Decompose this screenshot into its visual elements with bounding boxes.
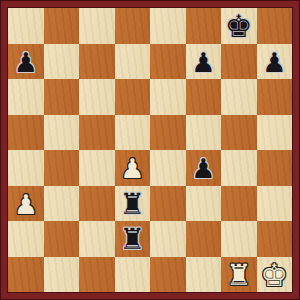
square-h5[interactable] [257, 115, 293, 151]
square-f2[interactable] [186, 221, 222, 257]
square-c7[interactable] [79, 44, 115, 80]
square-b8[interactable] [44, 8, 80, 44]
square-h3[interactable] [257, 186, 293, 222]
square-e5[interactable] [150, 115, 186, 151]
white-pawn: ♟ [120, 155, 144, 182]
square-g6[interactable] [221, 79, 257, 115]
square-c1[interactable] [79, 257, 115, 293]
black-pawn: ♟ [262, 49, 286, 76]
square-d2[interactable]: ♜ [115, 221, 151, 257]
square-d4[interactable]: ♟ [115, 150, 151, 186]
square-e1[interactable] [150, 257, 186, 293]
square-g1[interactable]: ♜ [221, 257, 257, 293]
square-h1[interactable]: ♚ [257, 257, 293, 293]
square-b5[interactable] [44, 115, 80, 151]
square-c3[interactable] [79, 186, 115, 222]
black-king: ♚ [225, 11, 253, 42]
square-e7[interactable] [150, 44, 186, 80]
square-f5[interactable] [186, 115, 222, 151]
square-f3[interactable] [186, 186, 222, 222]
square-c8[interactable] [79, 8, 115, 44]
square-c2[interactable] [79, 221, 115, 257]
square-h8[interactable] [257, 8, 293, 44]
square-g4[interactable] [221, 150, 257, 186]
square-h2[interactable] [257, 221, 293, 257]
square-b2[interactable] [44, 221, 80, 257]
square-a5[interactable] [8, 115, 44, 151]
square-g3[interactable] [221, 186, 257, 222]
square-a2[interactable] [8, 221, 44, 257]
square-b7[interactable] [44, 44, 80, 80]
square-f4[interactable]: ♟ [186, 150, 222, 186]
square-h7[interactable]: ♟ [257, 44, 293, 80]
square-g5[interactable] [221, 115, 257, 151]
square-a7[interactable]: ♟ [8, 44, 44, 80]
square-d6[interactable] [115, 79, 151, 115]
square-h6[interactable] [257, 79, 293, 115]
square-d7[interactable] [115, 44, 151, 80]
chess-board-frame: ♚♟♟♟♟♟♟♜♜♜♚ [0, 0, 300, 300]
black-rook: ♜ [119, 190, 145, 219]
square-a1[interactable] [8, 257, 44, 293]
square-a3[interactable]: ♟ [8, 186, 44, 222]
square-e4[interactable] [150, 150, 186, 186]
black-pawn: ♟ [191, 49, 215, 76]
square-d3[interactable]: ♜ [115, 186, 151, 222]
square-e2[interactable] [150, 221, 186, 257]
square-e8[interactable] [150, 8, 186, 44]
square-a4[interactable] [8, 150, 44, 186]
square-c4[interactable] [79, 150, 115, 186]
square-g7[interactable] [221, 44, 257, 80]
square-b4[interactable] [44, 150, 80, 186]
square-c5[interactable] [79, 115, 115, 151]
black-pawn: ♟ [14, 49, 38, 76]
square-b1[interactable] [44, 257, 80, 293]
square-a6[interactable] [8, 79, 44, 115]
square-d8[interactable] [115, 8, 151, 44]
square-b3[interactable] [44, 186, 80, 222]
square-c6[interactable] [79, 79, 115, 115]
white-pawn: ♟ [14, 191, 38, 218]
square-e6[interactable] [150, 79, 186, 115]
white-rook: ♜ [226, 261, 252, 290]
square-d5[interactable] [115, 115, 151, 151]
chess-board: ♚♟♟♟♟♟♟♜♜♜♚ [8, 8, 292, 292]
square-h4[interactable] [257, 150, 293, 186]
square-g8[interactable]: ♚ [221, 8, 257, 44]
white-king: ♚ [260, 260, 288, 291]
square-g2[interactable] [221, 221, 257, 257]
square-f6[interactable] [186, 79, 222, 115]
square-f8[interactable] [186, 8, 222, 44]
square-d1[interactable] [115, 257, 151, 293]
black-rook: ♜ [119, 225, 145, 254]
square-f1[interactable] [186, 257, 222, 293]
square-a8[interactable] [8, 8, 44, 44]
black-pawn: ♟ [191, 155, 215, 182]
square-e3[interactable] [150, 186, 186, 222]
square-b6[interactable] [44, 79, 80, 115]
square-f7[interactable]: ♟ [186, 44, 222, 80]
